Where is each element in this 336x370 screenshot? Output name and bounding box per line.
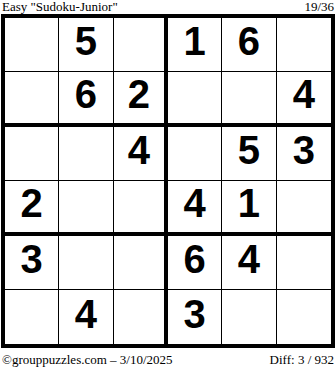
footer: ©grouppuzzles.com – 3/10/2025 Diff: 3 / …	[2, 353, 334, 367]
cell-r1c2: 5	[59, 18, 113, 72]
cell-r6c3[interactable]	[114, 290, 168, 344]
cell-r6c2: 4	[59, 290, 113, 344]
cell-r6c5[interactable]	[222, 290, 276, 344]
cell-r4c4: 4	[168, 181, 222, 236]
cell-r4c5: 1	[222, 181, 276, 236]
cell-r5c4: 6	[168, 236, 222, 290]
cell-r4c2[interactable]	[59, 181, 113, 236]
cell-r1c4: 1	[168, 18, 222, 72]
cell-r2c3: 2	[114, 72, 168, 127]
cell-r5c2[interactable]	[59, 236, 113, 290]
cell-r4c6[interactable]	[277, 181, 331, 236]
cell-r3c1[interactable]	[5, 127, 59, 181]
cell-r5c5: 4	[222, 236, 276, 290]
sudoku-board: 51662445324136443	[1, 14, 335, 348]
cell-r3c2[interactable]	[59, 127, 113, 181]
cell-r2c1[interactable]	[5, 72, 59, 127]
givens-counter: 19/36	[304, 0, 334, 13]
header: Easy "Sudoku-Junior" 19/36	[2, 0, 334, 14]
cell-r2c2: 6	[59, 72, 113, 127]
cell-r5c3[interactable]	[114, 236, 168, 290]
cell-r1c5: 6	[222, 18, 276, 72]
puzzle-title: Easy "Sudoku-Junior"	[2, 0, 118, 13]
cell-r5c6[interactable]	[277, 236, 331, 290]
cell-r3c3: 4	[114, 127, 168, 181]
difficulty-text: Diff: 3 / 932	[270, 353, 334, 367]
cell-r1c1[interactable]	[5, 18, 59, 72]
cell-r2c6: 4	[277, 72, 331, 127]
cell-r1c3[interactable]	[114, 18, 168, 72]
cell-r6c4: 3	[168, 290, 222, 344]
cell-r3c4[interactable]	[168, 127, 222, 181]
cell-r1c6[interactable]	[277, 18, 331, 72]
cell-r2c4[interactable]	[168, 72, 222, 127]
cell-r6c1[interactable]	[5, 290, 59, 344]
cell-r3c5: 5	[222, 127, 276, 181]
copyright-text: ©grouppuzzles.com – 3/10/2025	[2, 353, 173, 367]
cell-r3c6: 3	[277, 127, 331, 181]
cell-r6c6[interactable]	[277, 290, 331, 344]
cell-r2c5[interactable]	[222, 72, 276, 127]
cell-r4c3[interactable]	[114, 181, 168, 236]
cell-r5c1: 3	[5, 236, 59, 290]
cell-r4c1: 2	[5, 181, 59, 236]
